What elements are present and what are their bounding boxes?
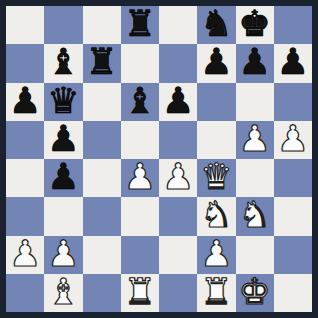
square-g8[interactable]: ♚: [236, 6, 274, 44]
square-c2[interactable]: [83, 236, 121, 274]
square-c8[interactable]: [83, 6, 121, 44]
square-d1[interactable]: ♜: [121, 274, 159, 312]
square-h1[interactable]: [274, 274, 312, 312]
square-g1[interactable]: ♚: [236, 274, 274, 312]
square-a7[interactable]: [6, 44, 44, 82]
square-a4[interactable]: [6, 159, 44, 197]
black-bishop-b7[interactable]: ♝: [47, 44, 79, 80]
square-f8[interactable]: ♞: [197, 6, 235, 44]
white-pawn-a2[interactable]: ♟: [9, 236, 41, 272]
square-c3[interactable]: [83, 197, 121, 235]
square-g3[interactable]: ♞: [236, 197, 274, 235]
square-c6[interactable]: [83, 83, 121, 121]
black-rook-c7[interactable]: ♜: [85, 44, 117, 80]
square-g4[interactable]: [236, 159, 274, 197]
square-d4[interactable]: ♟: [121, 159, 159, 197]
square-e6[interactable]: ♟: [159, 83, 197, 121]
square-f3[interactable]: ♞: [197, 197, 235, 235]
square-g2[interactable]: [236, 236, 274, 274]
square-a8[interactable]: [6, 6, 44, 44]
square-b6[interactable]: ♛: [44, 83, 82, 121]
white-pawn-h5[interactable]: ♟: [277, 121, 309, 157]
black-bishop-d6[interactable]: ♝: [124, 83, 156, 119]
square-e3[interactable]: [159, 197, 197, 235]
white-knight-f3[interactable]: ♞: [200, 197, 232, 233]
black-knight-f8[interactable]: ♞: [200, 6, 232, 42]
square-e4[interactable]: ♟: [159, 159, 197, 197]
square-f5[interactable]: [197, 121, 235, 159]
square-e8[interactable]: [159, 6, 197, 44]
square-c5[interactable]: [83, 121, 121, 159]
square-e5[interactable]: [159, 121, 197, 159]
black-rook-d8[interactable]: ♜: [124, 6, 156, 42]
square-b3[interactable]: [44, 197, 82, 235]
square-a2[interactable]: ♟: [6, 236, 44, 274]
square-h6[interactable]: [274, 83, 312, 121]
square-c1[interactable]: [83, 274, 121, 312]
square-a5[interactable]: [6, 121, 44, 159]
square-f2[interactable]: ♟: [197, 236, 235, 274]
square-h4[interactable]: [274, 159, 312, 197]
square-b4[interactable]: ♟: [44, 159, 82, 197]
white-bishop-b1[interactable]: ♝: [47, 274, 79, 310]
square-b1[interactable]: ♝: [44, 274, 82, 312]
square-h2[interactable]: [274, 236, 312, 274]
black-king-g8[interactable]: ♚: [238, 6, 270, 42]
square-f4[interactable]: ♛: [197, 159, 235, 197]
white-pawn-d4[interactable]: ♟: [124, 159, 156, 195]
square-e1[interactable]: [159, 274, 197, 312]
white-pawn-b2[interactable]: ♟: [47, 236, 79, 272]
square-g6[interactable]: [236, 83, 274, 121]
square-f6[interactable]: [197, 83, 235, 121]
black-pawn-a6[interactable]: ♟: [9, 83, 41, 119]
black-pawn-g7[interactable]: ♟: [238, 44, 270, 80]
white-knight-g3[interactable]: ♞: [238, 197, 270, 233]
square-d7[interactable]: [121, 44, 159, 82]
black-pawn-h7[interactable]: ♟: [277, 44, 309, 80]
square-g7[interactable]: ♟: [236, 44, 274, 82]
black-pawn-f7[interactable]: ♟: [200, 44, 232, 80]
board-frame: ♜♞♚♝♜♟♟♟♟♛♝♟♟♟♟♟♟♟♛♞♞♟♟♟♝♜♜♚: [0, 0, 318, 318]
square-a6[interactable]: ♟: [6, 83, 44, 121]
square-f7[interactable]: ♟: [197, 44, 235, 82]
square-d5[interactable]: [121, 121, 159, 159]
chess-board: ♜♞♚♝♜♟♟♟♟♛♝♟♟♟♟♟♟♟♛♞♞♟♟♟♝♜♜♚: [6, 6, 312, 312]
square-b5[interactable]: ♟: [44, 121, 82, 159]
square-e2[interactable]: [159, 236, 197, 274]
white-pawn-g5[interactable]: ♟: [238, 121, 270, 157]
square-d6[interactable]: ♝: [121, 83, 159, 121]
white-king-g1[interactable]: ♚: [238, 274, 270, 310]
square-h5[interactable]: ♟: [274, 121, 312, 159]
square-g5[interactable]: ♟: [236, 121, 274, 159]
square-d2[interactable]: [121, 236, 159, 274]
square-c4[interactable]: [83, 159, 121, 197]
square-b7[interactable]: ♝: [44, 44, 82, 82]
square-h8[interactable]: [274, 6, 312, 44]
square-a1[interactable]: [6, 274, 44, 312]
black-pawn-b4[interactable]: ♟: [47, 159, 79, 195]
square-f1[interactable]: ♜: [197, 274, 235, 312]
square-d3[interactable]: [121, 197, 159, 235]
square-h7[interactable]: ♟: [274, 44, 312, 82]
white-pawn-f2[interactable]: ♟: [200, 236, 232, 272]
black-pawn-e6[interactable]: ♟: [162, 83, 194, 119]
white-rook-d1[interactable]: ♜: [124, 274, 156, 310]
white-pawn-e4[interactable]: ♟: [162, 159, 194, 195]
black-queen-b6[interactable]: ♛: [47, 83, 79, 119]
square-b8[interactable]: [44, 6, 82, 44]
square-c7[interactable]: ♜: [83, 44, 121, 82]
square-d8[interactable]: ♜: [121, 6, 159, 44]
square-b2[interactable]: ♟: [44, 236, 82, 274]
white-rook-f1[interactable]: ♜: [200, 274, 232, 310]
square-e7[interactable]: [159, 44, 197, 82]
white-queen-f4[interactable]: ♛: [200, 159, 232, 195]
square-h3[interactable]: [274, 197, 312, 235]
black-pawn-b5[interactable]: ♟: [47, 121, 79, 157]
square-a3[interactable]: [6, 197, 44, 235]
